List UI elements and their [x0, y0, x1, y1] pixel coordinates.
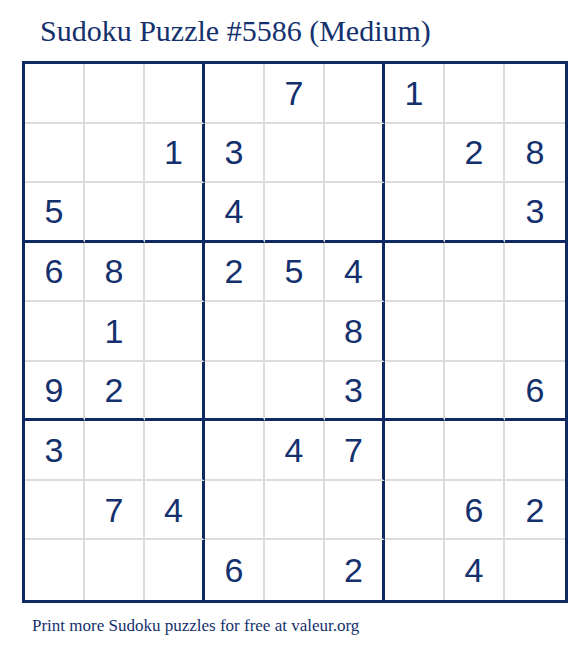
cell-r6c2: 2: [85, 362, 145, 422]
cell-r6c4: [205, 362, 265, 422]
sudoku-board: 711328543682541892363477462624: [22, 61, 568, 603]
cell-r8c1: [25, 481, 85, 541]
cell-r3c6: [325, 183, 385, 243]
cell-r8c7: [385, 481, 445, 541]
cell-r1c7: 1: [385, 64, 445, 124]
cell-r7c3: [145, 421, 205, 481]
cell-r9c4: 6: [205, 540, 265, 600]
cell-r7c2: [85, 421, 145, 481]
cell-r4c8: [445, 243, 505, 303]
cell-r1c6: [325, 64, 385, 124]
cell-r4c7: [385, 243, 445, 303]
cell-r2c8: 2: [445, 124, 505, 184]
cell-r5c8: [445, 302, 505, 362]
cell-r5c3: [145, 302, 205, 362]
cell-r7c7: [385, 421, 445, 481]
cell-r6c9: 6: [505, 362, 565, 422]
cell-r9c2: [85, 540, 145, 600]
cell-r8c6: [325, 481, 385, 541]
cell-r7c5: 4: [265, 421, 325, 481]
cell-r8c2: 7: [85, 481, 145, 541]
cell-r6c6: 3: [325, 362, 385, 422]
cell-r9c8: 4: [445, 540, 505, 600]
cell-r2c1: [25, 124, 85, 184]
cell-r2c2: [85, 124, 145, 184]
cell-r8c3: 4: [145, 481, 205, 541]
cell-r4c9: [505, 243, 565, 303]
cell-r8c8: 6: [445, 481, 505, 541]
cell-r2c4: 3: [205, 124, 265, 184]
cell-r1c5: 7: [265, 64, 325, 124]
cell-r6c8: [445, 362, 505, 422]
cell-r3c7: [385, 183, 445, 243]
cell-r7c6: 7: [325, 421, 385, 481]
cell-r5c2: 1: [85, 302, 145, 362]
cell-r3c4: 4: [205, 183, 265, 243]
cell-r6c7: [385, 362, 445, 422]
cell-r4c6: 4: [325, 243, 385, 303]
cell-r2c3: 1: [145, 124, 205, 184]
cell-r1c4: [205, 64, 265, 124]
cell-r9c9: [505, 540, 565, 600]
cell-r1c9: [505, 64, 565, 124]
footer-text: Print more Sudoku puzzles for free at va…: [32, 616, 359, 636]
cell-r3c8: [445, 183, 505, 243]
cell-r6c3: [145, 362, 205, 422]
page: Sudoku Puzzle #5586 (Medium) 71132854368…: [0, 0, 574, 651]
cell-r7c4: [205, 421, 265, 481]
cell-r1c1: [25, 64, 85, 124]
cell-r8c4: [205, 481, 265, 541]
cell-r7c1: 3: [25, 421, 85, 481]
cell-r9c1: [25, 540, 85, 600]
cell-r4c4: 2: [205, 243, 265, 303]
cell-r7c9: [505, 421, 565, 481]
cell-r2c5: [265, 124, 325, 184]
cell-r3c2: [85, 183, 145, 243]
cell-r6c5: [265, 362, 325, 422]
cell-r8c9: 2: [505, 481, 565, 541]
cell-r4c1: 6: [25, 243, 85, 303]
puzzle-title: Sudoku Puzzle #5586 (Medium): [40, 14, 431, 48]
cell-r4c3: [145, 243, 205, 303]
cell-r5c4: [205, 302, 265, 362]
cell-r2c7: [385, 124, 445, 184]
cell-r4c2: 8: [85, 243, 145, 303]
cell-r9c3: [145, 540, 205, 600]
cell-r3c1: 5: [25, 183, 85, 243]
cell-r1c2: [85, 64, 145, 124]
cell-r8c5: [265, 481, 325, 541]
cell-r9c5: [265, 540, 325, 600]
cell-r3c9: 3: [505, 183, 565, 243]
cell-r9c6: 2: [325, 540, 385, 600]
cell-r3c3: [145, 183, 205, 243]
cell-r5c1: [25, 302, 85, 362]
cell-r3c5: [265, 183, 325, 243]
cell-r5c9: [505, 302, 565, 362]
cell-r1c3: [145, 64, 205, 124]
cell-r9c7: [385, 540, 445, 600]
cell-r5c7: [385, 302, 445, 362]
cell-r2c6: [325, 124, 385, 184]
cell-r6c1: 9: [25, 362, 85, 422]
cell-r2c9: 8: [505, 124, 565, 184]
cell-r1c8: [445, 64, 505, 124]
cell-r7c8: [445, 421, 505, 481]
cell-r5c5: [265, 302, 325, 362]
cell-r4c5: 5: [265, 243, 325, 303]
cell-r5c6: 8: [325, 302, 385, 362]
